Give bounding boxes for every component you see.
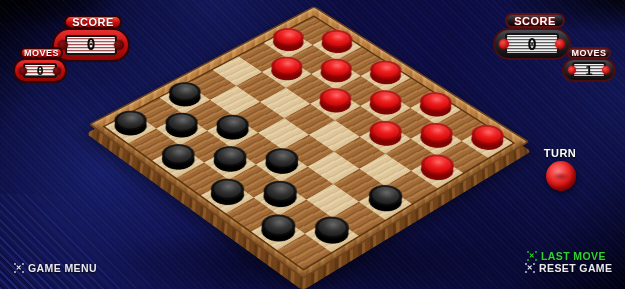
right-moves-value: 1 <box>572 62 606 78</box>
cell-7-0[interactable] <box>105 112 156 143</box>
turn-label: TURN <box>536 147 584 159</box>
left-score-label: SCORE <box>64 15 122 29</box>
right-score-panel: 0 <box>493 28 571 60</box>
black-piece[interactable] <box>362 188 409 218</box>
panel-knob-icon <box>53 67 61 75</box>
panel-knob-icon <box>555 39 565 49</box>
game-menu-button[interactable]: GAME MENU <box>14 262 97 274</box>
panel-knob-icon <box>568 66 576 74</box>
board-grid <box>105 17 512 269</box>
turn-indicator-ball <box>546 161 576 191</box>
right-moves-panel: 1 <box>562 58 616 82</box>
x-crosshair-icon <box>525 263 535 273</box>
board-frame <box>89 6 530 279</box>
right-score-label: SCORE <box>505 13 565 28</box>
last-move-label: LAST MOVE <box>541 250 606 262</box>
x-crosshair-icon <box>527 251 537 261</box>
cell-0-7[interactable] <box>462 126 513 157</box>
x-crosshair-icon <box>14 263 24 273</box>
game-menu-label: GAME MENU <box>28 262 97 274</box>
left-score-panel: 0 <box>52 28 130 62</box>
panel-knob-icon <box>114 40 124 50</box>
reset-game-button[interactable]: RESET GAME <box>525 262 612 274</box>
right-score-value: 0 <box>505 33 559 55</box>
left-score-value: 0 <box>65 35 117 55</box>
panel-knob-icon <box>602 66 610 74</box>
checkers-board <box>153 0 465 289</box>
left-moves-panel: 0 <box>13 58 67 83</box>
left-moves-label: MOVES <box>20 47 63 59</box>
last-move-button[interactable]: LAST MOVE <box>527 250 606 262</box>
panel-knob-icon <box>499 39 509 49</box>
red-piece[interactable] <box>363 93 408 120</box>
reset-game-label: RESET GAME <box>539 262 612 274</box>
red-piece[interactable] <box>465 128 510 156</box>
panel-knob-icon <box>19 67 27 75</box>
left-moves-value: 0 <box>23 63 57 78</box>
right-moves-label: MOVES <box>567 47 611 59</box>
checkers-game-screen: SCORE 0 MOVES 0 SCORE 0 MOVES 1 TURN GAM… <box>0 0 625 289</box>
